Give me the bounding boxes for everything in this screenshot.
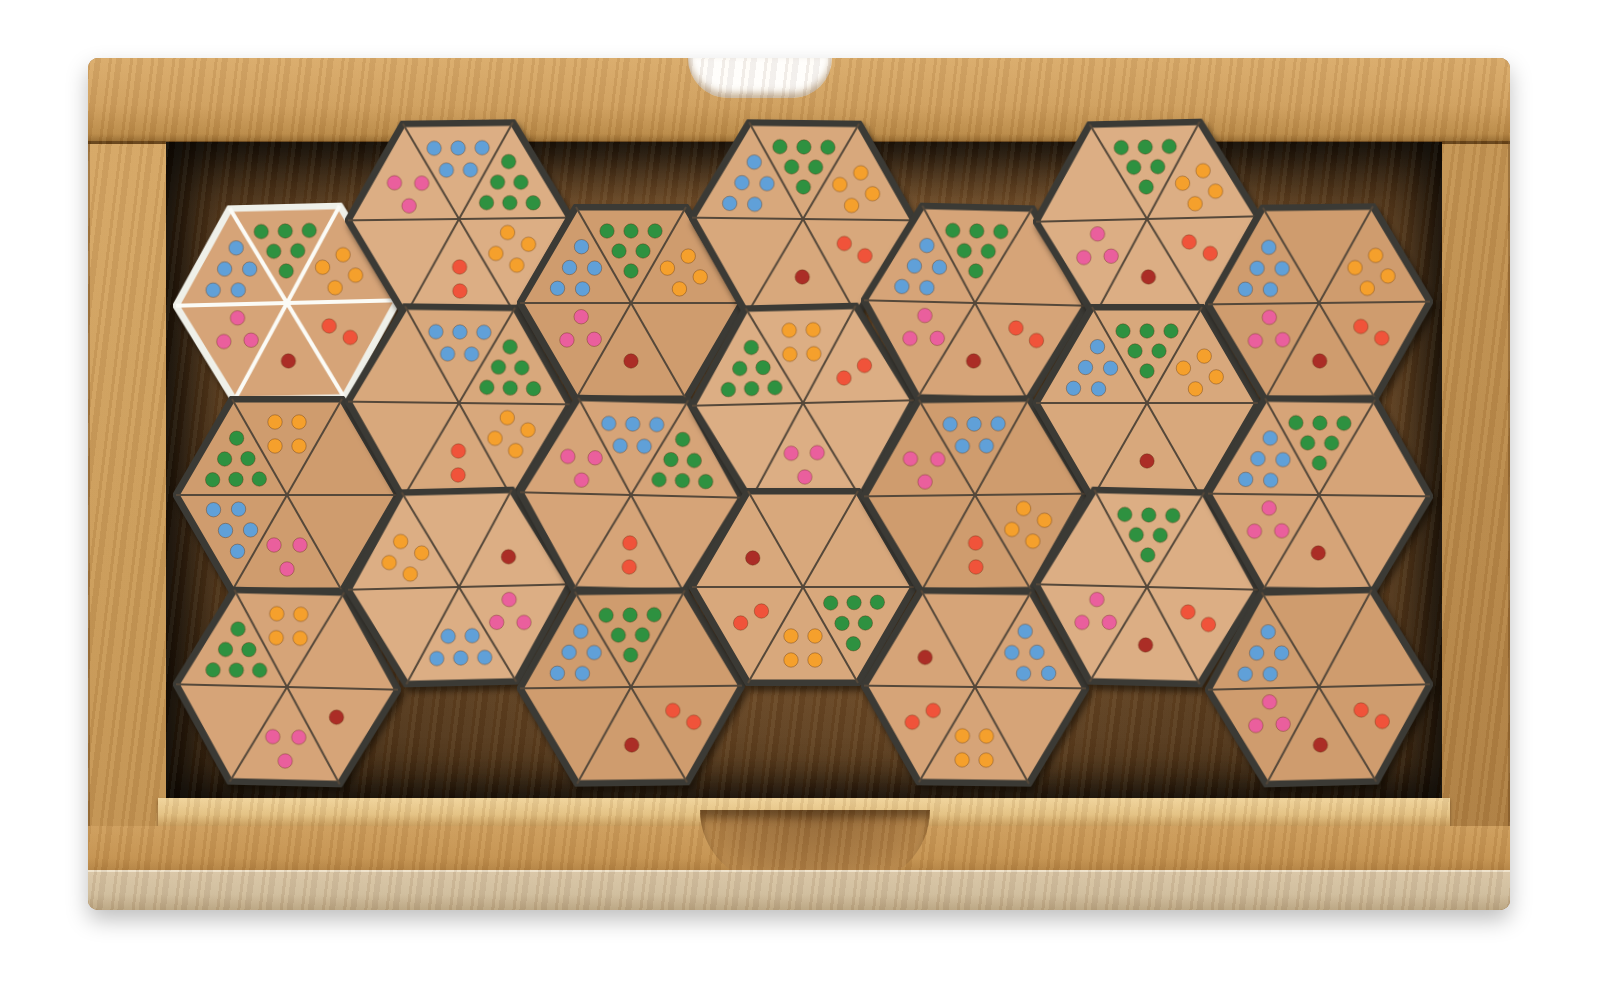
pip-orange bbox=[269, 606, 284, 621]
pip-blue bbox=[1018, 624, 1033, 639]
pip-blue bbox=[587, 261, 601, 275]
pip-green bbox=[1165, 508, 1180, 523]
pip-blue bbox=[231, 283, 246, 298]
pip-pink bbox=[810, 445, 825, 460]
pip-green bbox=[635, 628, 650, 643]
pip-pink bbox=[1075, 615, 1090, 630]
pip-orange bbox=[979, 753, 994, 768]
pip-green bbox=[241, 642, 256, 657]
pip-green bbox=[266, 244, 281, 259]
pip-scarlet bbox=[733, 616, 747, 630]
pip-blue bbox=[1251, 451, 1266, 466]
pip-blue bbox=[1261, 625, 1276, 640]
pip-green bbox=[1117, 507, 1132, 522]
pip-pink bbox=[588, 450, 603, 465]
pip-orange bbox=[1348, 260, 1363, 275]
pip-green bbox=[229, 663, 244, 678]
pip-blue bbox=[1238, 472, 1253, 487]
pip-orange bbox=[393, 534, 408, 549]
pip-pink bbox=[930, 331, 945, 346]
pip-green bbox=[1129, 527, 1144, 542]
pip-green bbox=[647, 607, 662, 622]
pip-orange bbox=[489, 246, 504, 261]
pip-green bbox=[623, 608, 638, 623]
pip-green bbox=[1162, 139, 1177, 154]
pip-blue bbox=[218, 523, 232, 537]
pip-blue bbox=[1250, 261, 1265, 276]
pip-dark-red bbox=[1141, 270, 1156, 285]
pip-green bbox=[252, 663, 267, 678]
pip-green bbox=[479, 195, 494, 210]
pip-blue bbox=[1263, 282, 1278, 297]
hex-tile[interactable] bbox=[1204, 395, 1434, 596]
sector-divider-line bbox=[864, 495, 975, 496]
pip-green bbox=[945, 223, 960, 238]
pip-scarlet bbox=[452, 260, 467, 275]
pip-scarlet bbox=[451, 444, 466, 459]
pip-scarlet bbox=[322, 319, 337, 334]
pip-pink bbox=[1090, 592, 1105, 607]
pip-green bbox=[796, 180, 811, 195]
pip-blue bbox=[477, 325, 492, 340]
pip-pink bbox=[293, 538, 307, 552]
pip-green bbox=[847, 595, 861, 609]
pip-orange bbox=[865, 186, 880, 201]
pip-scarlet bbox=[1182, 235, 1197, 250]
pip-green bbox=[290, 243, 305, 258]
pip-green bbox=[206, 663, 221, 678]
pip-green bbox=[664, 452, 679, 467]
pip-blue bbox=[206, 283, 221, 298]
pip-green bbox=[675, 473, 690, 488]
pip-green bbox=[600, 224, 614, 238]
pip-orange bbox=[293, 607, 308, 622]
pip-scarlet bbox=[754, 604, 768, 618]
pip-blue bbox=[613, 438, 628, 453]
pip-pink bbox=[502, 592, 517, 607]
pip-blue bbox=[562, 260, 576, 274]
pip-blue bbox=[979, 439, 994, 454]
pip-green bbox=[480, 380, 495, 395]
pip-green bbox=[808, 160, 823, 175]
pip-green bbox=[1140, 324, 1154, 338]
pip-blue bbox=[453, 651, 468, 666]
pip-pink bbox=[216, 334, 231, 349]
pip-green bbox=[1139, 180, 1154, 195]
pip-orange bbox=[292, 415, 306, 429]
pip-pink bbox=[489, 615, 504, 630]
pip-green bbox=[768, 380, 783, 395]
pip-orange bbox=[808, 653, 822, 667]
pip-dark-red bbox=[918, 650, 933, 665]
pip-pink bbox=[560, 333, 574, 347]
pip-green bbox=[652, 472, 667, 487]
pip-green bbox=[278, 224, 293, 239]
pip-pink bbox=[1262, 695, 1277, 710]
pip-green bbox=[968, 264, 983, 279]
pip-green bbox=[969, 224, 984, 239]
pip-orange bbox=[808, 629, 822, 643]
pip-blue bbox=[574, 624, 589, 639]
pip-dark-red bbox=[966, 354, 981, 369]
pip-scarlet bbox=[1375, 714, 1390, 729]
pip-orange bbox=[500, 225, 515, 240]
pip-blue bbox=[1238, 667, 1253, 682]
pip-scarlet bbox=[453, 284, 468, 299]
hex-tile[interactable] bbox=[1203, 585, 1436, 789]
pip-green bbox=[1140, 548, 1155, 563]
pip-scarlet bbox=[968, 536, 983, 551]
pip-green bbox=[756, 360, 771, 375]
pip-pink bbox=[230, 311, 245, 326]
pip-pink bbox=[574, 473, 589, 488]
pip-blue bbox=[429, 651, 444, 666]
pip-dark-red bbox=[1140, 454, 1154, 468]
sector-divider-line bbox=[348, 402, 459, 403]
pip-green bbox=[1128, 344, 1142, 358]
pip-scarlet bbox=[622, 560, 637, 575]
pip-blue bbox=[1066, 381, 1080, 395]
pip-orange bbox=[488, 431, 503, 446]
pip-blue bbox=[587, 645, 602, 660]
pip-green bbox=[1312, 456, 1327, 471]
pip-pink bbox=[903, 451, 918, 466]
pip-orange bbox=[806, 322, 821, 337]
pip-dark-red bbox=[1311, 546, 1326, 561]
pip-pink bbox=[918, 308, 933, 323]
pip-blue bbox=[1263, 431, 1278, 446]
pip-green bbox=[514, 175, 529, 190]
pip-pink bbox=[1076, 250, 1091, 265]
pip-blue bbox=[625, 417, 640, 432]
pip-blue bbox=[735, 175, 750, 190]
pip-blue bbox=[1005, 645, 1020, 660]
pip-green bbox=[254, 224, 269, 239]
pip-scarlet bbox=[1354, 319, 1369, 334]
pip-blue bbox=[1274, 646, 1289, 661]
pip-orange bbox=[1188, 196, 1203, 211]
pip-dark-red bbox=[281, 354, 296, 369]
pip-scarlet bbox=[687, 715, 702, 730]
pip-orange bbox=[1176, 361, 1190, 375]
pip-blue bbox=[453, 325, 468, 340]
pip-green bbox=[981, 244, 996, 259]
pip-orange bbox=[955, 729, 970, 744]
pip-orange bbox=[315, 260, 330, 275]
pip-orange bbox=[1208, 184, 1223, 199]
pip-scarlet bbox=[837, 371, 852, 386]
pip-blue bbox=[991, 416, 1006, 431]
pip-orange bbox=[269, 630, 284, 645]
pip-green bbox=[503, 195, 518, 210]
pip-green bbox=[231, 622, 246, 637]
pip-dark-red bbox=[624, 738, 639, 753]
pip-blue bbox=[649, 417, 664, 432]
pip-green bbox=[721, 382, 736, 397]
pip-blue bbox=[550, 666, 565, 681]
pip-pink bbox=[387, 175, 402, 190]
pip-orange bbox=[403, 567, 418, 582]
pip-blue bbox=[243, 523, 257, 537]
sector-divider-line bbox=[975, 687, 1086, 688]
pip-orange bbox=[1381, 269, 1396, 284]
sector-divider-line bbox=[348, 219, 459, 220]
pip-green bbox=[612, 244, 626, 258]
pip-green bbox=[846, 637, 860, 651]
pip-blue bbox=[574, 240, 588, 254]
pip-blue bbox=[1262, 240, 1277, 255]
pip-pink bbox=[797, 470, 812, 485]
pip-blue bbox=[722, 196, 737, 211]
pip-green bbox=[252, 472, 266, 486]
pip-green bbox=[1141, 508, 1156, 523]
pip-green bbox=[229, 431, 243, 445]
pip-green bbox=[1300, 436, 1315, 451]
sector-divider-line bbox=[1319, 495, 1430, 496]
pip-green bbox=[1140, 364, 1154, 378]
box-front-lower-band bbox=[88, 870, 1510, 910]
pip-scarlet bbox=[969, 560, 984, 575]
pip-green bbox=[217, 452, 231, 466]
pip-orange bbox=[1188, 382, 1202, 396]
pip-scarlet bbox=[837, 236, 852, 251]
pip-green bbox=[821, 140, 836, 155]
pip-green bbox=[744, 381, 759, 396]
pip-dark-red bbox=[795, 270, 810, 285]
pip-blue bbox=[231, 502, 245, 516]
pip-pink bbox=[574, 310, 588, 324]
pip-green bbox=[732, 361, 747, 376]
pip-blue bbox=[1103, 361, 1117, 375]
pip-blue bbox=[1090, 340, 1104, 354]
pip-blue bbox=[967, 417, 982, 432]
pip-orange bbox=[979, 729, 994, 744]
pip-blue bbox=[747, 155, 762, 170]
pip-green bbox=[1313, 416, 1328, 431]
pip-dark-red bbox=[746, 551, 760, 565]
pip-blue bbox=[895, 279, 910, 294]
pip-green bbox=[744, 340, 759, 355]
sector-divider-line bbox=[520, 687, 631, 688]
pip-pink bbox=[280, 562, 294, 576]
sector-divider-line bbox=[864, 686, 975, 687]
pip-scarlet bbox=[1375, 331, 1390, 346]
pip-orange bbox=[1016, 501, 1031, 516]
pip-orange bbox=[672, 282, 686, 296]
pip-green bbox=[1337, 416, 1352, 431]
pip-blue bbox=[575, 666, 590, 681]
pip-pink bbox=[1262, 310, 1277, 325]
pip-green bbox=[241, 451, 255, 465]
pip-green bbox=[503, 381, 518, 396]
pip-orange bbox=[844, 198, 859, 213]
sector-divider-line bbox=[692, 218, 803, 219]
pip-blue bbox=[440, 347, 455, 362]
pip-blue bbox=[1091, 382, 1105, 396]
pip-blue bbox=[475, 140, 490, 155]
pip-green bbox=[490, 175, 505, 190]
pip-scarlet bbox=[1181, 605, 1196, 620]
pip-pink bbox=[784, 446, 799, 461]
pip-orange bbox=[1005, 522, 1020, 537]
pip-green bbox=[491, 360, 506, 375]
pip-blue bbox=[1249, 646, 1264, 661]
pip-blue bbox=[477, 650, 492, 665]
pip-blue bbox=[463, 163, 478, 178]
pip-blue bbox=[1078, 360, 1092, 374]
pip-pink bbox=[1262, 501, 1277, 516]
pip-green bbox=[624, 224, 638, 238]
sector-divider-line bbox=[176, 303, 287, 306]
pip-blue bbox=[601, 416, 616, 431]
pip-green bbox=[1126, 160, 1141, 175]
pip-blue bbox=[230, 544, 244, 558]
pip-blue bbox=[932, 260, 947, 275]
pip-blue bbox=[955, 439, 970, 454]
pip-green bbox=[773, 139, 788, 154]
pip-green bbox=[675, 432, 690, 447]
pip-blue bbox=[562, 645, 577, 660]
pip-pink bbox=[291, 730, 306, 745]
pip-green bbox=[624, 264, 638, 278]
pip-green bbox=[611, 628, 626, 643]
pip-blue bbox=[427, 141, 442, 156]
lid-finger-notch bbox=[688, 58, 832, 98]
pip-blue bbox=[1263, 473, 1278, 488]
pip-green bbox=[824, 596, 838, 610]
pip-orange bbox=[1360, 281, 1375, 296]
pip-blue bbox=[439, 163, 454, 178]
pip-blue bbox=[920, 238, 935, 253]
pip-green bbox=[1164, 324, 1178, 338]
pip-orange bbox=[1175, 176, 1190, 191]
pip-orange bbox=[414, 546, 429, 561]
pip-green bbox=[797, 140, 812, 155]
pip-pink bbox=[278, 754, 293, 769]
pip-pink bbox=[1248, 718, 1263, 733]
pip-green bbox=[599, 608, 614, 623]
pip-pink bbox=[1274, 524, 1289, 539]
pip-blue bbox=[451, 141, 466, 156]
pip-orange bbox=[268, 439, 282, 453]
pip-green bbox=[1152, 344, 1166, 358]
pip-blue bbox=[441, 629, 456, 644]
pip-pink bbox=[587, 332, 601, 346]
pip-pink bbox=[267, 538, 281, 552]
sector-divider-line bbox=[1208, 494, 1319, 495]
pip-scarlet bbox=[1009, 321, 1024, 336]
pip-green bbox=[835, 616, 849, 630]
pip-green bbox=[279, 264, 294, 279]
pip-green bbox=[636, 244, 650, 258]
pip-orange bbox=[955, 753, 970, 768]
pip-blue bbox=[217, 262, 232, 277]
pip-dark-red bbox=[1138, 638, 1153, 653]
pip-scarlet bbox=[666, 703, 681, 718]
pip-scarlet bbox=[1354, 703, 1369, 718]
pip-scarlet bbox=[905, 715, 920, 730]
pip-green bbox=[1289, 415, 1304, 430]
pip-green bbox=[648, 224, 662, 238]
pip-scarlet bbox=[451, 468, 466, 483]
pip-orange bbox=[782, 323, 797, 338]
pip-orange bbox=[382, 555, 397, 570]
pip-blue bbox=[550, 281, 564, 295]
pip-blue bbox=[1016, 666, 1031, 681]
pip-dark-red bbox=[1312, 354, 1327, 369]
pip-dark-red bbox=[329, 710, 344, 725]
pip-pink bbox=[1104, 249, 1119, 264]
pip-orange bbox=[500, 410, 515, 425]
pip-orange bbox=[784, 653, 798, 667]
pip-blue bbox=[465, 628, 480, 643]
pip-orange bbox=[292, 439, 306, 453]
pip-blue bbox=[637, 439, 652, 454]
pip-blue bbox=[464, 347, 479, 362]
pip-pink bbox=[1276, 717, 1291, 732]
pip-blue bbox=[747, 197, 762, 212]
pip-orange bbox=[784, 629, 798, 643]
pip-dark-red bbox=[624, 354, 638, 368]
pip-orange bbox=[293, 631, 308, 646]
pip-orange bbox=[833, 177, 848, 192]
pip-blue bbox=[1276, 452, 1291, 467]
pip-blue bbox=[575, 282, 589, 296]
pip-pink bbox=[918, 475, 933, 490]
pip-scarlet bbox=[926, 703, 941, 718]
pip-pink bbox=[560, 449, 575, 464]
pip-green bbox=[218, 642, 233, 657]
pip-pink bbox=[1275, 332, 1290, 347]
pip-green bbox=[1138, 140, 1153, 155]
pip-orange bbox=[1368, 248, 1383, 263]
pip-orange bbox=[328, 280, 343, 295]
pip-green bbox=[623, 648, 638, 663]
pip-pink bbox=[1247, 524, 1262, 539]
pip-blue bbox=[920, 280, 935, 295]
hex-tile[interactable] bbox=[1204, 203, 1434, 404]
pip-pink bbox=[930, 452, 945, 467]
pip-dark-red bbox=[501, 549, 516, 564]
pip-pink bbox=[1248, 333, 1263, 348]
pip-blue bbox=[242, 262, 257, 277]
pip-green bbox=[501, 154, 516, 169]
pip-pink bbox=[244, 333, 259, 348]
pip-green bbox=[993, 224, 1008, 239]
pip-blue bbox=[1238, 282, 1253, 297]
pip-pink bbox=[1090, 227, 1105, 242]
pip-pink bbox=[414, 176, 429, 191]
pip-blue bbox=[429, 324, 444, 339]
pip-green bbox=[1153, 528, 1168, 543]
pip-pink bbox=[402, 199, 417, 214]
pip-green bbox=[784, 160, 799, 175]
pip-green bbox=[229, 472, 243, 486]
pip-blue bbox=[760, 176, 775, 191]
pip-pink bbox=[1102, 615, 1117, 630]
pip-green bbox=[1114, 140, 1129, 155]
pip-green bbox=[503, 340, 518, 355]
pip-blue bbox=[206, 503, 220, 517]
pip-pink bbox=[265, 729, 280, 744]
pip-orange bbox=[806, 346, 821, 361]
pip-green bbox=[205, 473, 219, 487]
pip-green bbox=[302, 223, 317, 238]
pip-green bbox=[1116, 324, 1130, 338]
pip-green bbox=[1150, 159, 1165, 174]
pip-blue bbox=[1263, 667, 1278, 682]
pip-green bbox=[957, 243, 972, 258]
